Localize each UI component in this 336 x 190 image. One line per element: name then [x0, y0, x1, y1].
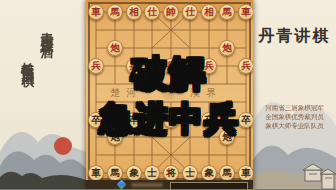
bottom-app-bar — [86, 180, 253, 189]
piece-red-帥[interactable]: 帥 — [163, 4, 179, 20]
piece-red-仕[interactable]: 仕 — [182, 4, 198, 20]
overlay-title-line2: 急进中兵 — [86, 97, 253, 142]
bar-blurred-text — [131, 183, 163, 187]
piece-black-将[interactable]: 将 — [163, 165, 179, 181]
channel-title: 丹青讲棋 — [253, 26, 336, 47]
left-ink-panel: 青山不厌三杯酒 长日惟消一局棋 — [0, 0, 86, 189]
piece-red-相[interactable]: 相 — [126, 4, 142, 20]
piece-black-士[interactable]: 士 — [144, 165, 160, 181]
piece-red-仕[interactable]: 仕 — [144, 4, 160, 20]
red-sun-icon — [54, 137, 72, 155]
overlay-title-line1: 破解 — [86, 50, 253, 99]
piece-black-車[interactable]: 車 — [88, 165, 104, 181]
thumbnail: 青山不厌三杯酒 长日惟消一局棋 楚河 漢界 車馬相仕帥仕相馬車炮炮兵兵兵兵兵卒卒… — [0, 0, 336, 189]
piece-red-馬[interactable]: 馬 — [219, 4, 235, 20]
piece-red-車[interactable]: 車 — [88, 4, 104, 20]
channel-credentials: 河南省三届象棋冠军 全国象棋优秀裁判员 象棋大师专业队队员 — [253, 104, 336, 131]
app-diamond-logo-icon — [117, 180, 127, 189]
credential-line: 河南省三届象棋冠军 — [253, 104, 336, 113]
piece-red-馬[interactable]: 馬 — [107, 4, 123, 20]
credential-line: 全国象棋优秀裁判员 — [253, 113, 336, 122]
piece-black-象[interactable]: 象 — [126, 165, 142, 181]
bar-input-box[interactable] — [170, 182, 248, 190]
right-channel-panel: 丹青讲棋 河南省三届象棋冠军 全国象棋优秀裁判员 象棋大师专业队队员 — [253, 0, 336, 189]
xiangqi-board[interactable]: 楚河 漢界 車馬相仕帥仕相馬車炮炮兵兵兵兵兵卒卒卒卒卒炮炮車馬象士将士象馬車 破… — [86, 0, 253, 189]
piece-black-士[interactable]: 士 — [182, 165, 198, 181]
poem-line-2: 长日惟消一局棋 — [18, 52, 36, 66]
poem-line-1: 青山不厌三杯酒 — [38, 22, 56, 36]
piece-red-車[interactable]: 車 — [238, 4, 253, 20]
credential-line: 象棋大师专业队队员 — [253, 122, 336, 131]
piece-black-馬[interactable]: 馬 — [219, 165, 235, 181]
piece-black-象[interactable]: 象 — [201, 165, 217, 181]
piece-red-相[interactable]: 相 — [201, 4, 217, 20]
piece-black-車[interactable]: 車 — [238, 165, 253, 181]
